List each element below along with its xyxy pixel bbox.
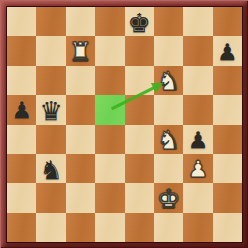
square-e4[interactable]	[125, 125, 154, 154]
square-g2[interactable]	[183, 183, 212, 212]
square-e5[interactable]	[125, 95, 154, 124]
square-h3[interactable]	[213, 154, 242, 183]
square-e3[interactable]	[125, 154, 154, 183]
piece-white-king[interactable]: ♚	[157, 186, 180, 212]
square-g5[interactable]	[183, 95, 212, 124]
piece-white-knight[interactable]: ♞	[157, 127, 180, 153]
square-g1[interactable]	[183, 213, 212, 242]
piece-white-knight[interactable]: ♞	[157, 68, 180, 94]
square-c6[interactable]	[66, 66, 95, 95]
square-b5[interactable]: ♛	[36, 95, 65, 124]
square-h1[interactable]	[213, 213, 242, 242]
piece-black-queen[interactable]: ♛	[39, 98, 62, 124]
square-f2[interactable]: ♚	[154, 183, 183, 212]
square-e1[interactable]	[125, 213, 154, 242]
square-e2[interactable]	[125, 183, 154, 212]
square-b6[interactable]	[36, 66, 65, 95]
square-a8[interactable]	[7, 7, 36, 36]
square-b8[interactable]	[36, 7, 65, 36]
square-a6[interactable]	[7, 66, 36, 95]
square-e7[interactable]	[125, 36, 154, 65]
square-a4[interactable]	[7, 125, 36, 154]
square-g4[interactable]: ♟	[183, 125, 212, 154]
square-d6[interactable]	[95, 66, 124, 95]
piece-black-pawn[interactable]: ♟	[11, 99, 32, 122]
square-h5[interactable]	[213, 95, 242, 124]
piece-white-rook[interactable]: ♜	[69, 39, 92, 65]
square-d2[interactable]	[95, 183, 124, 212]
square-h8[interactable]	[213, 7, 242, 36]
square-h6[interactable]	[213, 66, 242, 95]
square-d7[interactable]	[95, 36, 124, 65]
square-b1[interactable]	[36, 213, 65, 242]
square-c8[interactable]	[66, 7, 95, 36]
square-d5[interactable]	[95, 95, 124, 124]
piece-black-pawn[interactable]: ♟	[188, 129, 209, 152]
square-e6[interactable]	[125, 66, 154, 95]
square-a7[interactable]	[7, 36, 36, 65]
piece-black-king[interactable]: ♚	[128, 10, 151, 36]
square-c5[interactable]	[66, 95, 95, 124]
square-b3[interactable]: ♞	[36, 154, 65, 183]
chess-board: ♚♜♟♞♟♛♞♟♞♟♚	[7, 7, 242, 242]
square-c2[interactable]	[66, 183, 95, 212]
square-d4[interactable]	[95, 125, 124, 154]
square-g8[interactable]	[183, 7, 212, 36]
square-f8[interactable]	[154, 7, 183, 36]
square-c1[interactable]	[66, 213, 95, 242]
piece-black-pawn[interactable]: ♟	[217, 41, 238, 64]
square-b2[interactable]	[36, 183, 65, 212]
square-c7[interactable]: ♜	[66, 36, 95, 65]
square-b7[interactable]	[36, 36, 65, 65]
square-f5[interactable]	[154, 95, 183, 124]
square-f4[interactable]: ♞	[154, 125, 183, 154]
square-h2[interactable]	[213, 183, 242, 212]
square-a2[interactable]	[7, 183, 36, 212]
square-d1[interactable]	[95, 213, 124, 242]
square-h7[interactable]: ♟	[213, 36, 242, 65]
square-d8[interactable]	[95, 7, 124, 36]
square-c3[interactable]	[66, 154, 95, 183]
square-a3[interactable]	[7, 154, 36, 183]
square-e8[interactable]: ♚	[125, 7, 154, 36]
square-a1[interactable]	[7, 213, 36, 242]
square-f7[interactable]	[154, 36, 183, 65]
square-d3[interactable]	[95, 154, 124, 183]
square-b4[interactable]	[36, 125, 65, 154]
piece-white-pawn[interactable]: ♟	[188, 158, 209, 181]
square-a5[interactable]: ♟	[7, 95, 36, 124]
square-g3[interactable]: ♟	[183, 154, 212, 183]
square-g7[interactable]	[183, 36, 212, 65]
chess-board-frame: ♚♜♟♞♟♛♞♟♞♟♚	[0, 0, 248, 248]
square-g6[interactable]	[183, 66, 212, 95]
square-f6[interactable]: ♞	[154, 66, 183, 95]
square-f3[interactable]	[154, 154, 183, 183]
piece-black-knight[interactable]: ♞	[39, 157, 62, 183]
square-f1[interactable]	[154, 213, 183, 242]
square-h4[interactable]	[213, 125, 242, 154]
square-c4[interactable]	[66, 125, 95, 154]
